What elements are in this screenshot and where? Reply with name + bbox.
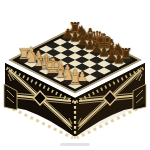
product-photo-stage: ♜♞♝♛♚♝♞♜♟♟♟♟♟♟♟♟♟♟♟♟♟♟♟♟♜♞♝♛♚♝♞♜ — [0, 0, 150, 150]
piece-white-rook[interactable]: ♜ — [68, 72, 81, 87]
square-h1[interactable]: ♜ — [68, 82, 82, 89]
watermark — [60, 143, 90, 146]
piece-black-pawn[interactable]: ♟ — [113, 52, 125, 65]
